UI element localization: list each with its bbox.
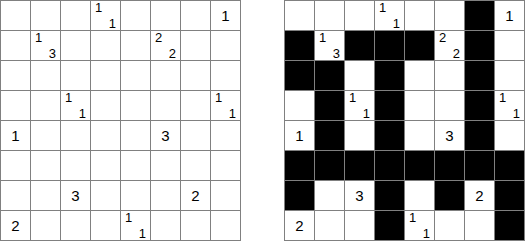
p-cell-r7c5[interactable] [121,181,150,210]
p-cell-r8c1[interactable]: 2 [1,211,30,240]
p-cell-r4c3[interactable]: 11 [61,91,90,120]
s-cell-r4c1 [285,91,314,120]
s-cell-r7c8 [495,181,524,210]
p-cell-r1c6[interactable] [151,1,180,30]
p-cell-r7c1[interactable] [1,181,30,210]
p-cell-r4c8[interactable]: 11 [211,91,240,120]
clue-value: 3 [435,121,464,150]
s-cell-r5c7 [465,121,494,150]
s-cell-r7c2 [315,181,344,210]
p-cell-r8c8[interactable] [211,211,240,240]
p-cell-r5c7[interactable] [181,121,210,150]
s-cell-r5c4 [375,121,404,150]
pata-puzzle-page: 111132211111332211 111132211111332211 [0,0,525,241]
p-cell-r6c2[interactable] [31,151,60,180]
s-cell-r3c5 [405,61,434,90]
s-cell-r7c6 [435,181,464,210]
clue-value: 1 [285,121,314,150]
clue-value-first: 1 [125,212,132,223]
s-cell-r8c8 [495,211,524,240]
p-cell-r4c7[interactable] [181,91,210,120]
p-cell-r8c3[interactable] [61,211,90,240]
s-cell-r8c4 [375,211,404,240]
clue-value-first: 1 [379,2,386,13]
s-cell-r6c3 [345,151,374,180]
s-cell-r6c7 [465,151,494,180]
clue-value-second: 3 [49,48,56,59]
s-cell-r6c1 [285,151,314,180]
p-cell-r7c4[interactable] [91,181,120,210]
p-cell-r1c1[interactable] [1,1,30,30]
clue-value: 3 [61,181,90,210]
p-cell-r3c1[interactable] [1,61,30,90]
p-cell-r8c2[interactable] [31,211,60,240]
p-cell-r1c5[interactable] [121,1,150,30]
p-cell-r8c5[interactable]: 11 [121,211,150,240]
p-cell-r5c5[interactable] [121,121,150,150]
p-cell-r4c5[interactable] [121,91,150,120]
s-cell-r5c6: 3 [435,121,464,150]
s-cell-r4c4 [375,91,404,120]
p-cell-r4c1[interactable] [1,91,30,120]
p-cell-r7c8[interactable] [211,181,240,210]
clue-value-second: 1 [513,108,520,119]
problem-board: 111132211111332211 [0,0,241,241]
s-cell-r2c8 [495,31,524,60]
p-cell-r3c8[interactable] [211,61,240,90]
clue-value-second: 1 [363,108,370,119]
s-cell-r2c7 [465,31,494,60]
s-cell-r6c6 [435,151,464,180]
clue-value-first: 1 [409,212,416,223]
p-cell-r8c7[interactable] [181,211,210,240]
clue-value-second: 1 [109,18,116,29]
p-cell-r3c7[interactable] [181,61,210,90]
p-cell-r7c3[interactable]: 3 [61,181,90,210]
s-cell-r3c4 [375,61,404,90]
clue-value-first: 2 [155,32,162,43]
s-cell-r4c3: 11 [345,91,374,120]
s-cell-r2c6: 22 [435,31,464,60]
clue-value: 1 [1,121,30,150]
p-cell-r6c3[interactable] [61,151,90,180]
s-cell-r5c5 [405,121,434,150]
p-cell-r7c6[interactable] [151,181,180,210]
p-cell-r2c8[interactable] [211,31,240,60]
p-cell-r6c6[interactable] [151,151,180,180]
s-cell-r1c4: 11 [375,1,404,30]
clue-value: 3 [151,121,180,150]
s-cell-r3c6 [435,61,464,90]
p-cell-r3c3[interactable] [61,61,90,90]
clue-value-first: 1 [215,92,222,103]
clue-value-first: 2 [439,32,446,43]
s-cell-r7c1 [285,181,314,210]
s-cell-r2c3 [345,31,374,60]
p-cell-r6c8[interactable] [211,151,240,180]
p-cell-r5c3[interactable] [61,121,90,150]
clue-value: 2 [465,181,494,210]
s-cell-r3c2 [315,61,344,90]
clue-value: 2 [1,211,30,240]
p-cell-r1c2[interactable] [31,1,60,30]
s-cell-r5c1: 1 [285,121,314,150]
p-cell-r6c5[interactable] [121,151,150,180]
p-cell-r6c7[interactable] [181,151,210,180]
p-cell-r1c8[interactable]: 1 [211,1,240,30]
clue-value-second: 1 [139,228,146,239]
clue-value-second: 1 [423,228,430,239]
clue-value-second: 2 [453,48,460,59]
s-cell-r8c5: 11 [405,211,434,240]
s-cell-r2c5 [405,31,434,60]
s-cell-r5c8 [495,121,524,150]
s-cell-r5c2 [315,121,344,150]
solution-board: 111132211111332211 [284,0,525,241]
s-cell-r8c3 [345,211,374,240]
s-cell-r8c7 [465,211,494,240]
p-cell-r6c1[interactable] [1,151,30,180]
s-cell-r6c8 [495,151,524,180]
clue-value-second: 1 [79,108,86,119]
p-cell-r2c1[interactable] [1,31,30,60]
s-cell-r1c3 [345,1,374,30]
p-cell-r5c2[interactable] [31,121,60,150]
clue-value: 2 [285,211,314,240]
p-cell-r4c4[interactable] [91,91,120,120]
s-cell-r4c7 [465,91,494,120]
s-cell-r1c2 [315,1,344,30]
s-cell-r6c4 [375,151,404,180]
p-cell-r8c4[interactable] [91,211,120,240]
p-cell-r4c2[interactable] [31,91,60,120]
p-cell-r1c4[interactable]: 11 [91,1,120,30]
s-cell-r8c6 [435,211,464,240]
p-cell-r2c5[interactable] [121,31,150,60]
s-cell-r2c2: 13 [315,31,344,60]
s-cell-r1c5 [405,1,434,30]
clue-value-first: 1 [499,92,506,103]
clue-value-second: 1 [393,18,400,29]
s-cell-r1c6 [435,1,464,30]
clue-value-first: 1 [319,32,326,43]
p-cell-r7c2[interactable] [31,181,60,210]
clue-value: 1 [495,1,524,30]
s-cell-r4c2 [315,91,344,120]
p-cell-r1c7[interactable] [181,1,210,30]
s-cell-r1c8: 1 [495,1,524,30]
p-cell-r1c3[interactable] [61,1,90,30]
p-cell-r2c7[interactable] [181,31,210,60]
s-cell-r7c5 [405,181,434,210]
s-cell-r7c3: 3 [345,181,374,210]
s-cell-r7c4 [375,181,404,210]
clue-value-second: 1 [229,108,236,119]
s-cell-r8c2 [315,211,344,240]
p-cell-r7c7[interactable]: 2 [181,181,210,210]
p-cell-r5c6[interactable]: 3 [151,121,180,150]
clue-value: 2 [181,181,210,210]
s-cell-r4c6 [435,91,464,120]
s-cell-r3c3 [345,61,374,90]
p-cell-r2c4[interactable] [91,31,120,60]
clue-value: 3 [345,181,374,210]
clue-value-second: 2 [169,48,176,59]
s-cell-r4c8: 11 [495,91,524,120]
s-cell-r1c7 [465,1,494,30]
clue-value-first: 1 [349,92,356,103]
s-cell-r6c2 [315,151,344,180]
p-cell-r3c4[interactable] [91,61,120,90]
p-cell-r8c6[interactable] [151,211,180,240]
p-cell-r2c3[interactable] [61,31,90,60]
s-cell-r2c4 [375,31,404,60]
clue-value-second: 3 [333,48,340,59]
s-cell-r2c1 [285,31,314,60]
s-cell-r3c1 [285,61,314,90]
s-cell-r3c7 [465,61,494,90]
clue-value-first: 1 [65,92,72,103]
s-cell-r4c5 [405,91,434,120]
s-cell-r6c5 [405,151,434,180]
s-cell-r5c3 [345,121,374,150]
s-cell-r8c1: 2 [285,211,314,240]
p-cell-r5c8[interactable] [211,121,240,150]
clue-value-first: 1 [35,32,42,43]
p-cell-r3c6[interactable] [151,61,180,90]
p-cell-r6c4[interactable] [91,151,120,180]
s-cell-r3c8 [495,61,524,90]
p-cell-r5c1[interactable]: 1 [1,121,30,150]
p-cell-r3c2[interactable] [31,61,60,90]
p-cell-r4c6[interactable] [151,91,180,120]
p-cell-r5c4[interactable] [91,121,120,150]
p-cell-r2c6[interactable]: 22 [151,31,180,60]
s-cell-r7c7: 2 [465,181,494,210]
s-cell-r1c1 [285,1,314,30]
p-cell-r2c2[interactable]: 13 [31,31,60,60]
clue-value-first: 1 [95,2,102,13]
p-cell-r3c5[interactable] [121,61,150,90]
clue-value: 1 [211,1,240,30]
